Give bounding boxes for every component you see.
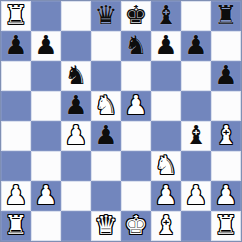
square-c6[interactable]: ♞ [61, 61, 91, 91]
square-a7[interactable]: ♟ [1, 31, 31, 61]
square-h4[interactable]: ♝ [211, 121, 241, 151]
square-g6[interactable] [181, 61, 211, 91]
square-f5[interactable] [151, 91, 181, 121]
black-knight-piece[interactable]: ♞ [64, 62, 87, 88]
black-pawn-piece[interactable]: ♟ [34, 32, 57, 58]
square-b2[interactable]: ♟ [31, 181, 61, 211]
square-g1[interactable] [181, 211, 211, 241]
white-pawn-piece[interactable]: ♟ [184, 182, 207, 208]
square-h6[interactable]: ♟ [211, 61, 241, 91]
square-b8[interactable] [31, 1, 61, 31]
square-e1[interactable]: ♚ [121, 211, 151, 241]
square-h3[interactable] [211, 151, 241, 181]
square-e8[interactable]: ♚ [121, 1, 151, 31]
white-pawn-piece[interactable]: ♟ [154, 182, 177, 208]
black-pawn-piece[interactable]: ♟ [4, 32, 27, 58]
square-g8[interactable] [181, 1, 211, 31]
white-pawn-piece[interactable]: ♟ [64, 122, 87, 148]
square-c4[interactable]: ♟ [61, 121, 91, 151]
white-king-piece[interactable]: ♚ [124, 212, 147, 238]
square-a1[interactable]: ♜ [1, 211, 31, 241]
white-knight-piece[interactable]: ♞ [154, 152, 177, 178]
square-e3[interactable] [121, 151, 151, 181]
white-rook-piece[interactable]: ♜ [4, 2, 27, 28]
black-pawn-piece[interactable]: ♟ [184, 32, 207, 58]
white-pawn-piece[interactable]: ♟ [124, 92, 147, 118]
white-pawn-piece[interactable]: ♟ [4, 182, 27, 208]
black-bishop-piece[interactable]: ♝ [154, 2, 177, 28]
square-d1[interactable]: ♛ [91, 211, 121, 241]
square-e4[interactable] [121, 121, 151, 151]
white-rook-piece[interactable]: ♜ [214, 212, 237, 238]
square-h2[interactable]: ♟ [211, 181, 241, 211]
square-c1[interactable] [61, 211, 91, 241]
square-d6[interactable] [91, 61, 121, 91]
square-f3[interactable]: ♞ [151, 151, 181, 181]
white-pawn-piece[interactable]: ♟ [34, 182, 57, 208]
square-f2[interactable]: ♟ [151, 181, 181, 211]
black-knight-piece[interactable]: ♞ [124, 32, 147, 58]
white-pawn-piece[interactable]: ♟ [214, 182, 237, 208]
square-e6[interactable] [121, 61, 151, 91]
black-king-piece[interactable]: ♚ [124, 2, 147, 28]
square-f4[interactable] [151, 121, 181, 151]
black-pawn-piece[interactable]: ♟ [154, 32, 177, 58]
square-f6[interactable] [151, 61, 181, 91]
white-rook-piece[interactable]: ♜ [4, 212, 27, 238]
square-d8[interactable]: ♛ [91, 1, 121, 31]
square-c3[interactable] [61, 151, 91, 181]
square-b3[interactable] [31, 151, 61, 181]
square-b1[interactable] [31, 211, 61, 241]
square-d5[interactable]: ♞ [91, 91, 121, 121]
white-knight-piece[interactable]: ♞ [94, 92, 117, 118]
square-b5[interactable] [31, 91, 61, 121]
black-bishop-piece[interactable]: ♝ [184, 122, 207, 148]
square-a8[interactable]: ♜ [1, 1, 31, 31]
square-e2[interactable] [121, 181, 151, 211]
black-pawn-piece[interactable]: ♟ [64, 92, 87, 118]
square-g3[interactable] [181, 151, 211, 181]
square-f7[interactable]: ♟ [151, 31, 181, 61]
square-f8[interactable]: ♝ [151, 1, 181, 31]
square-a6[interactable] [1, 61, 31, 91]
white-bishop-piece[interactable]: ♝ [154, 212, 177, 238]
square-g5[interactable] [181, 91, 211, 121]
square-h7[interactable] [211, 31, 241, 61]
square-c7[interactable] [61, 31, 91, 61]
square-f1[interactable]: ♝ [151, 211, 181, 241]
white-bishop-piece[interactable]: ♝ [214, 122, 237, 148]
square-h1[interactable]: ♜ [211, 211, 241, 241]
square-c8[interactable] [61, 1, 91, 31]
square-c5[interactable]: ♟ [61, 91, 91, 121]
square-d3[interactable] [91, 151, 121, 181]
square-a3[interactable] [1, 151, 31, 181]
square-d4[interactable]: ♟ [91, 121, 121, 151]
white-queen-piece[interactable]: ♛ [94, 212, 117, 238]
square-e5[interactable]: ♟ [121, 91, 151, 121]
square-g2[interactable]: ♟ [181, 181, 211, 211]
black-rook-piece[interactable]: ♜ [214, 2, 237, 28]
square-c2[interactable] [61, 181, 91, 211]
chess-board: ♜♛♚♝♜♟♟♞♟♟♞♟♟♞♟♟♟♝♝♞♟♟♟♟♟♜♛♚♝♜ [0, 0, 242, 242]
square-b6[interactable] [31, 61, 61, 91]
square-a2[interactable]: ♟ [1, 181, 31, 211]
square-e7[interactable]: ♞ [121, 31, 151, 61]
square-b4[interactable] [31, 121, 61, 151]
square-g4[interactable]: ♝ [181, 121, 211, 151]
square-d2[interactable] [91, 181, 121, 211]
square-h8[interactable]: ♜ [211, 1, 241, 31]
square-d7[interactable] [91, 31, 121, 61]
square-b7[interactable]: ♟ [31, 31, 61, 61]
black-pawn-piece[interactable]: ♟ [94, 122, 117, 148]
square-g7[interactable]: ♟ [181, 31, 211, 61]
black-queen-piece[interactable]: ♛ [94, 2, 117, 28]
square-h5[interactable] [211, 91, 241, 121]
black-pawn-piece[interactable]: ♟ [214, 62, 237, 88]
square-a4[interactable] [1, 121, 31, 151]
square-a5[interactable] [1, 91, 31, 121]
